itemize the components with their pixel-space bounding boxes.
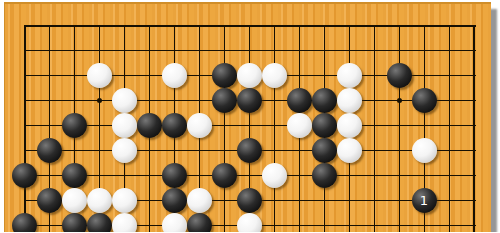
stone-white[interactable]	[162, 213, 187, 233]
stone-white[interactable]	[87, 188, 112, 213]
star-point	[397, 98, 402, 103]
stone-black[interactable]	[312, 163, 337, 188]
stone-black[interactable]	[87, 213, 112, 233]
stone-black[interactable]	[387, 63, 412, 88]
star-point	[97, 98, 102, 103]
stone-black[interactable]	[212, 163, 237, 188]
grid-line-horizontal	[24, 175, 476, 176]
stone-black[interactable]	[12, 213, 37, 233]
stone-black[interactable]	[237, 188, 262, 213]
stone-black[interactable]	[237, 88, 262, 113]
grid-line-horizontal	[24, 125, 476, 126]
stone-black[interactable]	[237, 138, 262, 163]
stone-black[interactable]	[162, 163, 187, 188]
stone-white[interactable]	[337, 88, 362, 113]
grid-line-horizontal	[24, 25, 476, 27]
stone-black[interactable]	[137, 113, 162, 138]
stone-white[interactable]	[112, 113, 137, 138]
stone-white[interactable]	[337, 138, 362, 163]
stone-black[interactable]	[312, 113, 337, 138]
grid-line-horizontal	[24, 50, 476, 51]
stone-white[interactable]	[262, 163, 287, 188]
stone-white[interactable]	[262, 63, 287, 88]
stone-black[interactable]	[62, 163, 87, 188]
stone-white[interactable]	[112, 88, 137, 113]
stone-white[interactable]	[337, 113, 362, 138]
stone-black[interactable]	[287, 88, 312, 113]
stone-white[interactable]	[412, 138, 437, 163]
stone-black[interactable]	[187, 213, 212, 233]
stone-white[interactable]	[112, 188, 137, 213]
stone-white[interactable]	[237, 63, 262, 88]
stone-black[interactable]	[312, 88, 337, 113]
move-number-label: 1	[420, 194, 428, 207]
stone-white[interactable]	[287, 113, 312, 138]
go-board[interactable]: 1	[4, 2, 491, 232]
go-game-screenshot: 1	[0, 0, 500, 232]
stone-white[interactable]	[337, 63, 362, 88]
stone-white[interactable]	[112, 138, 137, 163]
stone-black[interactable]	[312, 138, 337, 163]
stone-white[interactable]	[237, 213, 262, 233]
stone-white[interactable]	[112, 213, 137, 233]
stone-black[interactable]	[412, 88, 437, 113]
stone-black[interactable]	[37, 188, 62, 213]
stone-white[interactable]	[162, 63, 187, 88]
stone-black[interactable]	[162, 113, 187, 138]
stone-black[interactable]	[12, 163, 37, 188]
stone-white[interactable]	[187, 113, 212, 138]
stone-white[interactable]	[87, 63, 112, 88]
stone-black[interactable]	[212, 88, 237, 113]
stone-white[interactable]	[187, 188, 212, 213]
stone-black[interactable]: 1	[412, 188, 437, 213]
stone-black[interactable]	[162, 188, 187, 213]
stone-white[interactable]	[62, 188, 87, 213]
stone-black[interactable]	[37, 138, 62, 163]
stone-black[interactable]	[212, 63, 237, 88]
stone-black[interactable]	[62, 213, 87, 233]
stone-black[interactable]	[62, 113, 87, 138]
